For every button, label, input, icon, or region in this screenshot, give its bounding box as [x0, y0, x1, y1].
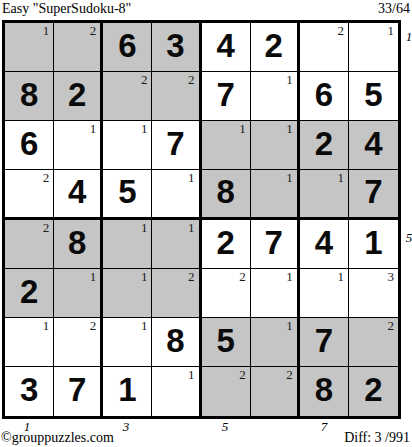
cell-r6c6[interactable]: 1: [251, 269, 300, 318]
cell-r1c2[interactable]: 2: [54, 23, 103, 72]
pencil-mark: 1: [286, 72, 293, 87]
cell-r4c4[interactable]: 1: [152, 170, 201, 219]
col-label-5: 5: [218, 419, 232, 435]
cell-value: 7: [349, 170, 398, 216]
cell-value: 5: [202, 318, 250, 366]
cell-value: 2: [54, 72, 100, 120]
pencil-mark: 1: [141, 269, 148, 284]
pencil-mark: 1: [388, 23, 395, 38]
cell-value: 8: [5, 72, 53, 120]
cell-value: 4: [202, 23, 250, 71]
cell-r8c2[interactable]: 7: [54, 367, 103, 416]
cell-r8c7[interactable]: 8: [300, 367, 349, 416]
cell-r7c7[interactable]: 7: [300, 318, 349, 367]
cell-r1c4[interactable]: 3: [152, 23, 201, 72]
cell-r6c8[interactable]: 3: [349, 269, 398, 318]
cell-r5c2[interactable]: 8: [54, 220, 103, 269]
cell-r2c3[interactable]: 2: [103, 72, 152, 121]
cell-r4c8[interactable]: 7: [349, 170, 398, 219]
cell-value: 5: [349, 72, 398, 120]
pencil-mark: 2: [286, 367, 293, 382]
cell-r2c4[interactable]: 2: [152, 72, 201, 121]
cell-r7c8[interactable]: 2: [349, 318, 398, 367]
cell-value: 7: [152, 121, 198, 169]
cell-r7c4[interactable]: 8: [152, 318, 201, 367]
cell-r8c5[interactable]: 2: [202, 367, 251, 416]
cell-value: 8: [152, 318, 198, 366]
pencil-mark: 1: [141, 121, 148, 136]
pencil-mark: 2: [388, 318, 395, 333]
cell-value: 7: [202, 72, 250, 120]
pencil-mark: 1: [141, 220, 148, 235]
cell-r1c8[interactable]: 1: [349, 23, 398, 72]
pencil-mark: 1: [43, 318, 50, 333]
difficulty-text: Diff: 3 /991: [344, 430, 410, 446]
pencil-mark: 2: [141, 72, 148, 87]
pencil-mark: 2: [239, 269, 246, 284]
cell-r5c1[interactable]: 2: [5, 220, 54, 269]
cell-r8c1[interactable]: 3: [5, 367, 54, 416]
cell-r6c2[interactable]: 1: [54, 269, 103, 318]
cell-r7c1[interactable]: 1: [5, 318, 54, 367]
cell-r8c3[interactable]: 1: [103, 367, 152, 416]
cell-r7c6[interactable]: 1: [251, 318, 300, 367]
cell-value: 1: [349, 220, 398, 268]
pencil-mark: 1: [286, 269, 293, 284]
cell-value: 6: [103, 23, 151, 71]
pencil-mark: 2: [90, 318, 97, 333]
cell-r4c1[interactable]: 2: [5, 170, 54, 219]
pencil-mark: 2: [239, 367, 246, 382]
cell-r3c2[interactable]: 1: [54, 121, 103, 170]
cell-r3c5[interactable]: 1: [202, 121, 251, 170]
cell-r2c1[interactable]: 8: [5, 72, 54, 121]
cell-value: 2: [5, 269, 53, 317]
pencil-mark: 2: [337, 23, 344, 38]
cell-r6c7[interactable]: 1: [300, 269, 349, 318]
cell-value: 2: [251, 23, 297, 71]
cell-r8c6[interactable]: 2: [251, 367, 300, 416]
cell-value: 2: [202, 220, 250, 268]
cell-value: 8: [300, 367, 348, 416]
cell-r1c3[interactable]: 6: [103, 23, 152, 72]
cell-r4c3[interactable]: 5: [103, 170, 152, 219]
cell-r2c5[interactable]: 7: [202, 72, 251, 121]
cell-r5c3[interactable]: 1: [103, 220, 152, 269]
cell-value: 7: [300, 318, 348, 366]
pencil-mark: 1: [286, 318, 293, 333]
pencil-mark: 2: [188, 269, 195, 284]
pencil-mark: 1: [43, 23, 50, 38]
cell-r2c8[interactable]: 5: [349, 72, 398, 121]
cell-value: 7: [54, 367, 100, 416]
puzzle-counter: 33/64: [378, 1, 410, 17]
cell-r4c2[interactable]: 4: [54, 170, 103, 219]
cell-r3c4[interactable]: 7: [152, 121, 201, 170]
cell-r3c7[interactable]: 2: [300, 121, 349, 170]
cell-r1c1[interactable]: 1: [5, 23, 54, 72]
cell-r2c6[interactable]: 1: [251, 72, 300, 121]
pencil-mark: 2: [43, 220, 50, 235]
pencil-mark: 1: [239, 121, 246, 136]
pencil-mark: 1: [286, 121, 293, 136]
cell-r5c8[interactable]: 1: [349, 220, 398, 269]
pencil-mark: 1: [337, 269, 344, 284]
cell-r8c4[interactable]: 1: [152, 367, 201, 416]
cell-r5c7[interactable]: 4: [300, 220, 349, 269]
cell-r2c2[interactable]: 2: [54, 72, 103, 121]
cell-r1c5[interactable]: 4: [202, 23, 251, 72]
cell-r5c5[interactable]: 2: [202, 220, 251, 269]
pencil-mark: 1: [188, 367, 195, 382]
pencil-mark: 1: [141, 318, 148, 333]
cell-r3c6[interactable]: 1: [251, 121, 300, 170]
cell-value: 8: [54, 220, 100, 268]
cell-r2c7[interactable]: 6: [300, 72, 349, 121]
pencil-mark: 2: [90, 23, 97, 38]
col-label-3: 3: [119, 419, 133, 435]
pencil-mark: 3: [388, 269, 395, 284]
cell-r4c7[interactable]: 1: [300, 170, 349, 219]
cell-r8c8[interactable]: 2: [349, 367, 398, 416]
cell-value: 8: [202, 170, 250, 216]
row-label-5: 5: [404, 230, 412, 246]
cell-value: 6: [300, 72, 348, 120]
pencil-mark: 1: [90, 269, 97, 284]
cell-value: 4: [300, 220, 348, 268]
cell-r3c8[interactable]: 4: [349, 121, 398, 170]
cell-value: 2: [300, 121, 348, 169]
cell-value: 4: [54, 170, 100, 216]
row-label-1: 1: [404, 29, 412, 45]
pencil-mark: 1: [337, 170, 344, 185]
pencil-mark: 1: [286, 170, 293, 185]
pencil-mark: 1: [188, 170, 195, 185]
cell-r6c5[interactable]: 2: [202, 269, 251, 318]
page-title: Easy "SuperSudoku-8": [2, 1, 131, 17]
cell-value: 7: [251, 220, 297, 268]
cell-value: 5: [103, 170, 151, 216]
pencil-mark: 2: [43, 170, 50, 185]
cell-r3c3[interactable]: 1: [103, 121, 152, 170]
cell-value: 4: [349, 121, 398, 169]
cell-value: 6: [5, 121, 53, 169]
cell-r6c3[interactable]: 1: [103, 269, 152, 318]
pencil-mark: 2: [188, 72, 195, 87]
cell-r7c2[interactable]: 2: [54, 318, 103, 367]
cell-r1c6[interactable]: 2: [251, 23, 300, 72]
cell-value: 1: [103, 367, 151, 416]
cell-r6c4[interactable]: 2: [152, 269, 201, 318]
cell-r7c3[interactable]: 1: [103, 318, 152, 367]
cell-r6c1[interactable]: 2: [5, 269, 54, 318]
sudoku-board: 1263422182227165611711242451811728112741…: [2, 20, 401, 419]
cell-r5c4[interactable]: 1: [152, 220, 201, 269]
pencil-mark: 1: [90, 121, 97, 136]
col-label-7: 7: [317, 419, 331, 435]
pencil-mark: 1: [188, 220, 195, 235]
cell-r3c1[interactable]: 6: [5, 121, 54, 170]
cell-value: 3: [5, 367, 53, 416]
cell-r4c5[interactable]: 8: [202, 170, 251, 219]
cell-value: 3: [152, 23, 198, 71]
copyright-text: ©grouppuzzles.com: [1, 430, 114, 446]
cell-r4c6[interactable]: 1: [251, 170, 300, 219]
cell-r5c6[interactable]: 7: [251, 220, 300, 269]
cell-value: 2: [349, 367, 398, 416]
cell-r7c5[interactable]: 5: [202, 318, 251, 367]
cell-r1c7[interactable]: 2: [300, 23, 349, 72]
